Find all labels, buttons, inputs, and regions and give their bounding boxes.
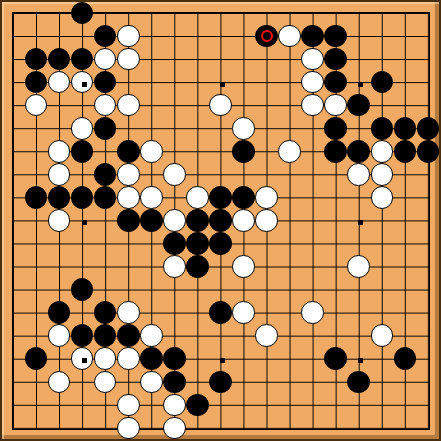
- intersection[interactable]: [301, 347, 324, 370]
- intersection[interactable]: [393, 416, 416, 439]
- intersection[interactable]: [324, 25, 347, 48]
- intersection[interactable]: [2, 232, 25, 255]
- white-stone[interactable]: [71, 71, 94, 94]
- intersection[interactable]: [140, 255, 163, 278]
- black-stone[interactable]: [209, 371, 232, 394]
- intersection[interactable]: [117, 301, 140, 324]
- intersection[interactable]: [117, 2, 140, 25]
- white-stone[interactable]: [371, 140, 394, 163]
- intersection[interactable]: [2, 301, 25, 324]
- intersection[interactable]: [209, 48, 232, 71]
- intersection[interactable]: [301, 324, 324, 347]
- intersection[interactable]: [186, 416, 209, 439]
- intersection[interactable]: [416, 209, 439, 232]
- intersection[interactable]: [232, 186, 255, 209]
- black-stone[interactable]: [209, 301, 232, 324]
- intersection[interactable]: [209, 117, 232, 140]
- black-stone[interactable]: [394, 347, 417, 370]
- intersection[interactable]: [140, 209, 163, 232]
- black-stone[interactable]: [94, 301, 117, 324]
- white-stone[interactable]: [140, 140, 163, 163]
- intersection[interactable]: [209, 301, 232, 324]
- intersection[interactable]: [255, 71, 278, 94]
- intersection[interactable]: [393, 278, 416, 301]
- intersection[interactable]: [25, 393, 48, 416]
- intersection[interactable]: [140, 370, 163, 393]
- black-stone[interactable]: [94, 25, 117, 48]
- intersection[interactable]: [278, 25, 301, 48]
- black-stone[interactable]: [209, 186, 232, 209]
- intersection[interactable]: [140, 278, 163, 301]
- intersection[interactable]: [48, 71, 71, 94]
- intersection[interactable]: [140, 347, 163, 370]
- intersection[interactable]: [301, 48, 324, 71]
- intersection[interactable]: [232, 48, 255, 71]
- black-stone[interactable]: [347, 94, 370, 117]
- intersection[interactable]: [393, 94, 416, 117]
- white-stone[interactable]: [140, 186, 163, 209]
- intersection[interactable]: [324, 209, 347, 232]
- intersection[interactable]: [416, 232, 439, 255]
- intersection[interactable]: [370, 209, 393, 232]
- black-stone[interactable]: [71, 186, 94, 209]
- white-stone[interactable]: [94, 94, 117, 117]
- intersection[interactable]: [186, 117, 209, 140]
- intersection[interactable]: [324, 163, 347, 186]
- intersection[interactable]: [370, 232, 393, 255]
- intersection[interactable]: [370, 255, 393, 278]
- black-stone[interactable]: [417, 140, 440, 163]
- intersection[interactable]: [255, 163, 278, 186]
- intersection[interactable]: [370, 25, 393, 48]
- intersection[interactable]: [209, 232, 232, 255]
- intersection[interactable]: [186, 140, 209, 163]
- intersection[interactable]: [370, 347, 393, 370]
- white-stone[interactable]: [347, 163, 370, 186]
- white-stone[interactable]: [94, 371, 117, 394]
- white-stone[interactable]: [163, 255, 186, 278]
- black-stone[interactable]: [324, 48, 347, 71]
- intersection[interactable]: [209, 94, 232, 117]
- intersection[interactable]: [301, 301, 324, 324]
- intersection[interactable]: [278, 393, 301, 416]
- black-stone[interactable]: [209, 232, 232, 255]
- intersection[interactable]: [71, 71, 94, 94]
- intersection[interactable]: [186, 2, 209, 25]
- intersection[interactable]: [255, 393, 278, 416]
- intersection[interactable]: [278, 2, 301, 25]
- intersection[interactable]: [324, 186, 347, 209]
- intersection[interactable]: [209, 324, 232, 347]
- intersection[interactable]: [370, 48, 393, 71]
- white-stone[interactable]: [140, 324, 163, 347]
- intersection[interactable]: [209, 163, 232, 186]
- intersection[interactable]: [393, 370, 416, 393]
- intersection[interactable]: [232, 347, 255, 370]
- black-stone[interactable]: [209, 209, 232, 232]
- intersection[interactable]: [209, 25, 232, 48]
- intersection[interactable]: [347, 370, 370, 393]
- intersection[interactable]: [163, 2, 186, 25]
- intersection[interactable]: [416, 117, 439, 140]
- intersection[interactable]: [186, 94, 209, 117]
- intersection[interactable]: [163, 163, 186, 186]
- intersection[interactable]: [2, 163, 25, 186]
- intersection[interactable]: [347, 163, 370, 186]
- intersection[interactable]: [416, 393, 439, 416]
- intersection[interactable]: [416, 2, 439, 25]
- intersection[interactable]: [140, 117, 163, 140]
- intersection[interactable]: [48, 117, 71, 140]
- white-stone[interactable]: [117, 347, 140, 370]
- intersection[interactable]: [163, 278, 186, 301]
- intersection[interactable]: [71, 94, 94, 117]
- intersection[interactable]: [163, 94, 186, 117]
- intersection[interactable]: [209, 370, 232, 393]
- white-stone[interactable]: [371, 186, 394, 209]
- black-stone[interactable]: [71, 324, 94, 347]
- intersection[interactable]: [416, 71, 439, 94]
- intersection[interactable]: [48, 140, 71, 163]
- white-stone[interactable]: [94, 48, 117, 71]
- intersection[interactable]: [393, 71, 416, 94]
- intersection[interactable]: [393, 232, 416, 255]
- intersection[interactable]: [347, 232, 370, 255]
- intersection[interactable]: [278, 71, 301, 94]
- intersection[interactable]: [347, 301, 370, 324]
- intersection[interactable]: [301, 209, 324, 232]
- intersection[interactable]: [2, 117, 25, 140]
- intersection[interactable]: [71, 347, 94, 370]
- intersection[interactable]: [117, 393, 140, 416]
- intersection[interactable]: [301, 163, 324, 186]
- intersection[interactable]: [347, 416, 370, 439]
- intersection[interactable]: [232, 232, 255, 255]
- intersection[interactable]: [278, 232, 301, 255]
- intersection[interactable]: [186, 393, 209, 416]
- intersection[interactable]: [209, 71, 232, 94]
- white-stone[interactable]: [117, 394, 140, 417]
- intersection[interactable]: [25, 324, 48, 347]
- black-stone[interactable]: [117, 209, 140, 232]
- intersection[interactable]: [25, 278, 48, 301]
- intersection[interactable]: [393, 117, 416, 140]
- black-stone[interactable]: [324, 140, 347, 163]
- intersection[interactable]: [301, 416, 324, 439]
- intersection[interactable]: [232, 2, 255, 25]
- intersection[interactable]: [140, 393, 163, 416]
- black-stone[interactable]: [25, 48, 48, 71]
- intersection[interactable]: [140, 416, 163, 439]
- intersection[interactable]: [117, 232, 140, 255]
- intersection[interactable]: [94, 94, 117, 117]
- intersection[interactable]: [209, 393, 232, 416]
- intersection[interactable]: [255, 25, 278, 48]
- intersection[interactable]: [163, 324, 186, 347]
- intersection[interactable]: [25, 48, 48, 71]
- intersection[interactable]: [416, 163, 439, 186]
- black-stone[interactable]: [347, 371, 370, 394]
- intersection[interactable]: [232, 71, 255, 94]
- intersection[interactable]: [48, 163, 71, 186]
- intersection[interactable]: [278, 278, 301, 301]
- intersection[interactable]: [347, 117, 370, 140]
- intersection[interactable]: [163, 71, 186, 94]
- intersection[interactable]: [163, 48, 186, 71]
- intersection[interactable]: [255, 301, 278, 324]
- intersection[interactable]: [186, 370, 209, 393]
- black-stone[interactable]: [255, 25, 278, 48]
- intersection[interactable]: [25, 25, 48, 48]
- white-stone[interactable]: [48, 324, 71, 347]
- intersection[interactable]: [71, 301, 94, 324]
- black-stone[interactable]: [163, 232, 186, 255]
- intersection[interactable]: [2, 347, 25, 370]
- intersection[interactable]: [2, 71, 25, 94]
- intersection[interactable]: [393, 209, 416, 232]
- intersection[interactable]: [186, 324, 209, 347]
- white-stone[interactable]: [48, 163, 71, 186]
- intersection[interactable]: [278, 209, 301, 232]
- intersection[interactable]: [186, 255, 209, 278]
- intersection[interactable]: [140, 301, 163, 324]
- intersection[interactable]: [2, 416, 25, 439]
- intersection[interactable]: [347, 209, 370, 232]
- intersection[interactable]: [232, 163, 255, 186]
- white-stone[interactable]: [117, 25, 140, 48]
- intersection[interactable]: [25, 416, 48, 439]
- intersection[interactable]: [347, 140, 370, 163]
- intersection[interactable]: [186, 347, 209, 370]
- intersection[interactable]: [255, 416, 278, 439]
- intersection[interactable]: [94, 255, 117, 278]
- intersection[interactable]: [232, 117, 255, 140]
- intersection[interactable]: [2, 2, 25, 25]
- intersection[interactable]: [416, 186, 439, 209]
- intersection[interactable]: [71, 163, 94, 186]
- intersection[interactable]: [324, 278, 347, 301]
- intersection[interactable]: [278, 163, 301, 186]
- white-stone[interactable]: [117, 417, 140, 440]
- white-stone[interactable]: [94, 347, 117, 370]
- intersection[interactable]: [393, 163, 416, 186]
- intersection[interactable]: [25, 186, 48, 209]
- intersection[interactable]: [163, 416, 186, 439]
- white-stone[interactable]: [278, 140, 301, 163]
- intersection[interactable]: [163, 393, 186, 416]
- white-stone[interactable]: [48, 371, 71, 394]
- intersection[interactable]: [117, 186, 140, 209]
- intersection[interactable]: [255, 278, 278, 301]
- intersection[interactable]: [370, 140, 393, 163]
- intersection[interactable]: [140, 163, 163, 186]
- white-stone[interactable]: [278, 25, 301, 48]
- intersection[interactable]: [278, 48, 301, 71]
- intersection[interactable]: [324, 393, 347, 416]
- intersection[interactable]: [232, 301, 255, 324]
- intersection[interactable]: [324, 301, 347, 324]
- black-stone[interactable]: [347, 140, 370, 163]
- intersection[interactable]: [117, 255, 140, 278]
- intersection[interactable]: [324, 324, 347, 347]
- intersection[interactable]: [140, 232, 163, 255]
- intersection[interactable]: [370, 301, 393, 324]
- white-stone[interactable]: [71, 117, 94, 140]
- white-stone[interactable]: [140, 371, 163, 394]
- intersection[interactable]: [416, 416, 439, 439]
- black-stone[interactable]: [163, 347, 186, 370]
- intersection[interactable]: [25, 232, 48, 255]
- intersection[interactable]: [232, 370, 255, 393]
- intersection[interactable]: [347, 347, 370, 370]
- intersection[interactable]: [370, 163, 393, 186]
- white-stone[interactable]: [255, 186, 278, 209]
- intersection[interactable]: [209, 416, 232, 439]
- white-stone[interactable]: [117, 186, 140, 209]
- white-stone[interactable]: [301, 301, 324, 324]
- intersection[interactable]: [25, 255, 48, 278]
- black-stone[interactable]: [324, 71, 347, 94]
- white-stone[interactable]: [117, 301, 140, 324]
- black-stone[interactable]: [186, 255, 209, 278]
- intersection[interactable]: [140, 48, 163, 71]
- intersection[interactable]: [186, 186, 209, 209]
- intersection[interactable]: [324, 347, 347, 370]
- intersection[interactable]: [255, 347, 278, 370]
- intersection[interactable]: [255, 232, 278, 255]
- intersection[interactable]: [117, 71, 140, 94]
- intersection[interactable]: [301, 94, 324, 117]
- intersection[interactable]: [255, 117, 278, 140]
- intersection[interactable]: [163, 186, 186, 209]
- white-stone[interactable]: [255, 324, 278, 347]
- intersection[interactable]: [347, 324, 370, 347]
- intersection[interactable]: [163, 25, 186, 48]
- intersection[interactable]: [232, 393, 255, 416]
- intersection[interactable]: [416, 278, 439, 301]
- black-stone[interactable]: [71, 48, 94, 71]
- intersection[interactable]: [117, 278, 140, 301]
- intersection[interactable]: [347, 94, 370, 117]
- intersection[interactable]: [370, 370, 393, 393]
- intersection[interactable]: [94, 48, 117, 71]
- intersection[interactable]: [163, 301, 186, 324]
- white-stone[interactable]: [163, 209, 186, 232]
- intersection[interactable]: [94, 232, 117, 255]
- intersection[interactable]: [232, 140, 255, 163]
- intersection[interactable]: [94, 278, 117, 301]
- black-stone[interactable]: [25, 186, 48, 209]
- intersection[interactable]: [94, 186, 117, 209]
- intersection[interactable]: [370, 117, 393, 140]
- intersection[interactable]: [48, 48, 71, 71]
- white-stone[interactable]: [232, 117, 255, 140]
- white-stone[interactable]: [371, 163, 394, 186]
- intersection[interactable]: [324, 255, 347, 278]
- intersection[interactable]: [347, 278, 370, 301]
- intersection[interactable]: [301, 278, 324, 301]
- intersection[interactable]: [209, 255, 232, 278]
- intersection[interactable]: [2, 94, 25, 117]
- white-stone[interactable]: [117, 94, 140, 117]
- intersection[interactable]: [393, 347, 416, 370]
- black-stone[interactable]: [25, 71, 48, 94]
- intersection[interactable]: [48, 94, 71, 117]
- intersection[interactable]: [48, 255, 71, 278]
- intersection[interactable]: [370, 393, 393, 416]
- intersection[interactable]: [370, 324, 393, 347]
- intersection[interactable]: [301, 140, 324, 163]
- intersection[interactable]: [416, 370, 439, 393]
- intersection[interactable]: [140, 324, 163, 347]
- black-stone[interactable]: [371, 71, 394, 94]
- intersection[interactable]: [71, 255, 94, 278]
- black-stone[interactable]: [71, 278, 94, 301]
- intersection[interactable]: [117, 416, 140, 439]
- intersection[interactable]: [117, 163, 140, 186]
- white-stone[interactable]: [117, 163, 140, 186]
- intersection[interactable]: [140, 140, 163, 163]
- intersection[interactable]: [163, 255, 186, 278]
- black-stone[interactable]: [94, 163, 117, 186]
- intersection[interactable]: [140, 25, 163, 48]
- intersection[interactable]: [71, 2, 94, 25]
- black-stone[interactable]: [186, 394, 209, 417]
- intersection[interactable]: [25, 2, 48, 25]
- intersection[interactable]: [209, 278, 232, 301]
- intersection[interactable]: [186, 71, 209, 94]
- intersection[interactable]: [2, 25, 25, 48]
- intersection[interactable]: [48, 324, 71, 347]
- intersection[interactable]: [117, 347, 140, 370]
- white-stone[interactable]: [163, 394, 186, 417]
- intersection[interactable]: [278, 94, 301, 117]
- intersection[interactable]: [2, 255, 25, 278]
- intersection[interactable]: [324, 2, 347, 25]
- intersection[interactable]: [140, 2, 163, 25]
- intersection[interactable]: [209, 140, 232, 163]
- intersection[interactable]: [25, 163, 48, 186]
- intersection[interactable]: [347, 186, 370, 209]
- intersection[interactable]: [324, 48, 347, 71]
- intersection[interactable]: [48, 2, 71, 25]
- intersection[interactable]: [301, 370, 324, 393]
- black-stone[interactable]: [48, 301, 71, 324]
- white-stone[interactable]: [301, 48, 324, 71]
- intersection[interactable]: [94, 347, 117, 370]
- intersection[interactable]: [117, 117, 140, 140]
- intersection[interactable]: [186, 278, 209, 301]
- intersection[interactable]: [393, 186, 416, 209]
- intersection[interactable]: [416, 255, 439, 278]
- intersection[interactable]: [2, 48, 25, 71]
- intersection[interactable]: [71, 416, 94, 439]
- intersection[interactable]: [94, 25, 117, 48]
- intersection[interactable]: [94, 163, 117, 186]
- intersection[interactable]: [232, 255, 255, 278]
- black-stone[interactable]: [117, 324, 140, 347]
- intersection[interactable]: [2, 278, 25, 301]
- intersection[interactable]: [393, 25, 416, 48]
- intersection[interactable]: [94, 370, 117, 393]
- intersection[interactable]: [2, 370, 25, 393]
- intersection[interactable]: [209, 209, 232, 232]
- intersection[interactable]: [370, 2, 393, 25]
- white-stone[interactable]: [347, 255, 370, 278]
- intersection[interactable]: [117, 25, 140, 48]
- intersection[interactable]: [94, 71, 117, 94]
- black-stone[interactable]: [140, 209, 163, 232]
